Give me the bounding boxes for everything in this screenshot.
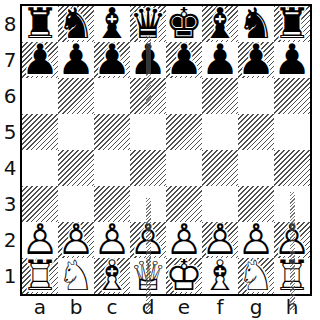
- square-f7[interactable]: ♟♟: [202, 42, 238, 78]
- square-f2[interactable]: ♟♙: [202, 222, 238, 258]
- square-g5[interactable]: [238, 114, 274, 150]
- piece-white-rook-fill: ♜: [22, 258, 58, 294]
- rank-label-2: 2: [0, 222, 20, 258]
- file-label-c: c: [94, 296, 130, 320]
- square-h8[interactable]: ♜♜: [274, 6, 310, 42]
- square-f8[interactable]: ♝♝: [202, 6, 238, 42]
- piece-black-pawn: ♟: [238, 42, 274, 78]
- piece-white-king-fill: ♚: [166, 258, 202, 294]
- square-c4[interactable]: [94, 150, 130, 186]
- square-g6[interactable]: [238, 78, 274, 114]
- piece-white-knight-fill: ♞: [238, 258, 274, 294]
- piece-white-pawn: ♙: [22, 222, 58, 258]
- square-f1[interactable]: ♝♗: [202, 258, 238, 294]
- piece-black-knight: ♞: [58, 6, 94, 42]
- chess-diagram: 87654321 ♜♜♞♞♝♝♛♛♚♚♝♝♞♞♜♜♟♟♟♟♟♟♟♟♟♟♟♟♟♟♟…: [0, 0, 320, 320]
- file-labels: abcdefgh: [20, 296, 312, 320]
- piece-white-pawn-fill: ♟: [238, 222, 274, 258]
- square-c1[interactable]: ♝♗: [94, 258, 130, 294]
- piece-black-knight: ♞: [238, 6, 274, 42]
- piece-white-pawn-fill: ♟: [22, 222, 58, 258]
- piece-black-pawn-fill: ♟: [94, 42, 130, 78]
- square-a2[interactable]: ♟♙: [22, 222, 58, 258]
- square-g4[interactable]: [238, 150, 274, 186]
- piece-white-bishop: ♗: [202, 258, 238, 294]
- piece-white-pawn: ♙: [166, 222, 202, 258]
- piece-black-bishop-fill: ♝: [94, 6, 130, 42]
- square-f4[interactable]: [202, 150, 238, 186]
- rank-label-7: 7: [0, 42, 20, 78]
- square-g1[interactable]: ♞♘: [238, 258, 274, 294]
- piece-black-pawn: ♟: [94, 42, 130, 78]
- piece-white-rook: ♖: [22, 258, 58, 294]
- chess-board: ♜♜♞♞♝♝♛♛♚♚♝♝♞♞♜♜♟♟♟♟♟♟♟♟♟♟♟♟♟♟♟♟♟♙♟♙♟♙♟♙…: [20, 4, 312, 296]
- square-a5[interactable]: [22, 114, 58, 150]
- square-g8[interactable]: ♞♞: [238, 6, 274, 42]
- square-c5[interactable]: [94, 114, 130, 150]
- piece-black-pawn: ♟: [22, 42, 58, 78]
- d-file-upper-smudge: [146, 36, 151, 106]
- square-c2[interactable]: ♟♙: [94, 222, 130, 258]
- square-h7[interactable]: ♟♟: [274, 42, 310, 78]
- piece-black-bishop: ♝: [202, 6, 238, 42]
- square-b8[interactable]: ♞♞: [58, 6, 94, 42]
- piece-white-pawn: ♙: [58, 222, 94, 258]
- square-b6[interactable]: [58, 78, 94, 114]
- piece-white-bishop: ♗: [94, 258, 130, 294]
- piece-white-pawn-fill: ♟: [94, 222, 130, 258]
- square-e2[interactable]: ♟♙: [166, 222, 202, 258]
- square-h6[interactable]: [274, 78, 310, 114]
- piece-white-bishop-fill: ♝: [94, 258, 130, 294]
- square-b7[interactable]: ♟♟: [58, 42, 94, 78]
- rank-labels: 87654321: [0, 4, 20, 296]
- file-label-e: e: [166, 296, 202, 320]
- square-a8[interactable]: ♜♜: [22, 6, 58, 42]
- piece-white-pawn: ♙: [202, 222, 238, 258]
- square-b1[interactable]: ♞♘: [58, 258, 94, 294]
- file-label-b: b: [58, 296, 94, 320]
- piece-white-pawn: ♙: [94, 222, 130, 258]
- square-a6[interactable]: [22, 78, 58, 114]
- square-a3[interactable]: [22, 186, 58, 222]
- square-f5[interactable]: [202, 114, 238, 150]
- piece-black-pawn-fill: ♟: [58, 42, 94, 78]
- piece-white-pawn-fill: ♟: [166, 222, 202, 258]
- file-label-a: a: [22, 296, 58, 320]
- piece-white-pawn-fill: ♟: [58, 222, 94, 258]
- piece-black-pawn-fill: ♟: [22, 42, 58, 78]
- piece-black-bishop: ♝: [94, 6, 130, 42]
- file-label-f: f: [202, 296, 238, 320]
- square-c8[interactable]: ♝♝: [94, 6, 130, 42]
- square-a4[interactable]: [22, 150, 58, 186]
- square-b2[interactable]: ♟♙: [58, 222, 94, 258]
- piece-black-pawn-fill: ♟: [274, 42, 310, 78]
- square-e7[interactable]: ♟♟: [166, 42, 202, 78]
- piece-black-rook-fill: ♜: [274, 6, 310, 42]
- square-e5[interactable]: [166, 114, 202, 150]
- piece-black-pawn: ♟: [166, 42, 202, 78]
- h-file-lower-smudge: [290, 192, 295, 310]
- square-b4[interactable]: [58, 150, 94, 186]
- piece-black-rook-fill: ♜: [22, 6, 58, 42]
- square-a1[interactable]: ♜♖: [22, 258, 58, 294]
- rank-label-8: 8: [0, 6, 20, 42]
- piece-black-pawn-fill: ♟: [238, 42, 274, 78]
- square-c3[interactable]: [94, 186, 130, 222]
- square-g2[interactable]: ♟♙: [238, 222, 274, 258]
- piece-black-rook: ♜: [22, 6, 58, 42]
- piece-black-king-fill: ♚: [166, 6, 202, 42]
- square-e6[interactable]: [166, 78, 202, 114]
- square-f6[interactable]: [202, 78, 238, 114]
- square-d5[interactable]: [130, 114, 166, 150]
- square-e8[interactable]: ♚♚: [166, 6, 202, 42]
- rank-label-4: 4: [0, 150, 20, 186]
- rank-label-1: 1: [0, 258, 20, 294]
- square-g7[interactable]: ♟♟: [238, 42, 274, 78]
- d-file-lower-smudge: [146, 198, 151, 312]
- piece-black-pawn: ♟: [58, 42, 94, 78]
- piece-white-pawn-fill: ♟: [202, 222, 238, 258]
- piece-white-pawn: ♙: [238, 222, 274, 258]
- piece-white-knight-fill: ♞: [58, 258, 94, 294]
- piece-black-knight-fill: ♞: [58, 6, 94, 42]
- square-a7[interactable]: ♟♟: [22, 42, 58, 78]
- rank-label-5: 5: [0, 114, 20, 150]
- piece-white-king: ♔: [166, 258, 202, 294]
- square-b3[interactable]: [58, 186, 94, 222]
- file-label-g: g: [238, 296, 274, 320]
- square-h5[interactable]: [274, 114, 310, 150]
- square-d4[interactable]: [130, 150, 166, 186]
- piece-white-knight: ♘: [238, 258, 274, 294]
- piece-black-king: ♚: [166, 6, 202, 42]
- rank-label-6: 6: [0, 78, 20, 114]
- piece-black-pawn-fill: ♟: [202, 42, 238, 78]
- square-e4[interactable]: [166, 150, 202, 186]
- square-f3[interactable]: [202, 186, 238, 222]
- piece-black-pawn: ♟: [202, 42, 238, 78]
- square-g3[interactable]: [238, 186, 274, 222]
- square-c7[interactable]: ♟♟: [94, 42, 130, 78]
- square-e3[interactable]: [166, 186, 202, 222]
- square-b5[interactable]: [58, 114, 94, 150]
- square-c6[interactable]: [94, 78, 130, 114]
- piece-black-bishop-fill: ♝: [202, 6, 238, 42]
- piece-black-knight-fill: ♞: [238, 6, 274, 42]
- piece-white-bishop-fill: ♝: [202, 258, 238, 294]
- piece-black-pawn-fill: ♟: [166, 42, 202, 78]
- rank-label-3: 3: [0, 186, 20, 222]
- piece-black-pawn: ♟: [274, 42, 310, 78]
- square-h4[interactable]: [274, 150, 310, 186]
- square-e1[interactable]: ♚♔: [166, 258, 202, 294]
- piece-black-rook: ♜: [274, 6, 310, 42]
- piece-white-knight: ♘: [58, 258, 94, 294]
